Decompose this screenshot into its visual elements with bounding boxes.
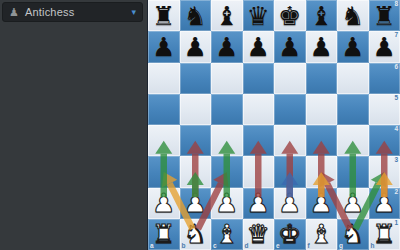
square-c2[interactable]: ♟	[211, 188, 243, 219]
piece-black-rook[interactable]: ♜	[148, 0, 180, 31]
square-g5[interactable]	[337, 94, 369, 125]
piece-black-knight[interactable]: ♞	[337, 0, 369, 31]
piece-white-pawn[interactable]: ♟	[243, 188, 275, 219]
square-b1[interactable]: ♞b	[180, 219, 212, 250]
piece-white-bishop[interactable]: ♝	[306, 219, 338, 250]
piece-white-pawn[interactable]: ♟	[211, 188, 243, 219]
square-g3[interactable]	[337, 156, 369, 187]
square-c6[interactable]	[211, 63, 243, 94]
coordinate-rank-5: 5	[394, 95, 398, 102]
square-a7[interactable]: ♟	[148, 31, 180, 62]
square-d6[interactable]	[243, 63, 275, 94]
square-d3[interactable]	[243, 156, 275, 187]
antichess-variant-icon: ♟	[9, 7, 19, 18]
square-d8[interactable]: ♛	[243, 0, 275, 31]
chess-board[interactable]: ♜♞♝♛♚♝♞♜8♟♟♟♟♟♟♟♟76543♟♟♟♟♟♟♟♟2♜a♞b♝c♛d♚…	[148, 0, 400, 250]
piece-black-pawn[interactable]: ♟	[180, 31, 212, 62]
piece-black-pawn[interactable]: ♟	[211, 31, 243, 62]
square-f8[interactable]: ♝	[306, 0, 338, 31]
piece-white-pawn[interactable]: ♟	[180, 188, 212, 219]
square-b4[interactable]	[180, 125, 212, 156]
piece-black-pawn[interactable]: ♟	[243, 31, 275, 62]
square-h4[interactable]: 4	[369, 125, 400, 156]
square-b8[interactable]: ♞	[180, 0, 212, 31]
square-c5[interactable]	[211, 94, 243, 125]
chevron-down-icon[interactable]: ▾	[131, 8, 136, 17]
square-g2[interactable]: ♟	[337, 188, 369, 219]
square-b7[interactable]: ♟	[180, 31, 212, 62]
piece-black-king[interactable]: ♚	[274, 0, 306, 31]
square-d1[interactable]: ♛d	[243, 219, 275, 250]
piece-white-knight[interactable]: ♞	[180, 219, 212, 250]
piece-white-queen[interactable]: ♛	[243, 219, 275, 250]
square-e1[interactable]: ♚e	[274, 219, 306, 250]
square-e5[interactable]	[274, 94, 306, 125]
square-d7[interactable]: ♟	[243, 31, 275, 62]
piece-white-pawn[interactable]: ♟	[306, 188, 338, 219]
square-h2[interactable]: ♟2	[369, 188, 400, 219]
square-d4[interactable]	[243, 125, 275, 156]
piece-white-rook[interactable]: ♜	[148, 219, 180, 250]
square-f1[interactable]: ♝f	[306, 219, 338, 250]
coordinate-rank-6: 6	[394, 64, 398, 71]
coordinate-rank-4: 4	[394, 126, 398, 133]
square-d5[interactable]	[243, 94, 275, 125]
coordinate-file-c: c	[213, 243, 217, 250]
coordinate-file-a: a	[150, 243, 154, 250]
square-e4[interactable]	[274, 125, 306, 156]
square-e2[interactable]: ♟	[274, 188, 306, 219]
piece-white-knight[interactable]: ♞	[337, 219, 369, 250]
square-h8[interactable]: ♜8	[369, 0, 400, 31]
piece-black-bishop[interactable]: ♝	[211, 0, 243, 31]
square-c7[interactable]: ♟	[211, 31, 243, 62]
square-b2[interactable]: ♟	[180, 188, 212, 219]
square-g8[interactable]: ♞	[337, 0, 369, 31]
coordinate-file-e: e	[276, 243, 280, 250]
variant-label: Antichess	[25, 6, 132, 18]
coordinate-rank-3: 3	[394, 157, 398, 164]
piece-black-pawn[interactable]: ♟	[274, 31, 306, 62]
square-b3[interactable]	[180, 156, 212, 187]
piece-black-queen[interactable]: ♛	[243, 0, 275, 31]
square-c4[interactable]	[211, 125, 243, 156]
square-a2[interactable]: ♟	[148, 188, 180, 219]
square-h3[interactable]: 3	[369, 156, 400, 187]
square-a8[interactable]: ♜	[148, 0, 180, 31]
square-h7[interactable]: ♟7	[369, 31, 400, 62]
piece-white-pawn[interactable]: ♟	[369, 188, 400, 219]
square-e7[interactable]: ♟	[274, 31, 306, 62]
square-h5[interactable]: 5	[369, 94, 400, 125]
square-g6[interactable]	[337, 63, 369, 94]
square-a1[interactable]: ♜a	[148, 219, 180, 250]
square-h1[interactable]: ♜1h	[369, 219, 400, 250]
piece-white-bishop[interactable]: ♝	[211, 219, 243, 250]
piece-black-pawn[interactable]: ♟	[306, 31, 338, 62]
square-f7[interactable]: ♟	[306, 31, 338, 62]
square-g4[interactable]	[337, 125, 369, 156]
piece-black-pawn[interactable]: ♟	[337, 31, 369, 62]
square-a4[interactable]	[148, 125, 180, 156]
sidebar: ♟ Antichess ▾	[0, 0, 148, 250]
square-a5[interactable]	[148, 94, 180, 125]
piece-black-bishop[interactable]: ♝	[306, 0, 338, 31]
piece-white-king[interactable]: ♚	[274, 219, 306, 250]
square-f6[interactable]	[306, 63, 338, 94]
piece-white-rook[interactable]: ♜	[369, 219, 400, 250]
piece-white-pawn[interactable]: ♟	[274, 188, 306, 219]
square-c3[interactable]	[211, 156, 243, 187]
piece-white-pawn[interactable]: ♟	[337, 188, 369, 219]
piece-black-knight[interactable]: ♞	[180, 0, 212, 31]
piece-black-rook[interactable]: ♜	[369, 0, 400, 31]
piece-black-pawn[interactable]: ♟	[148, 31, 180, 62]
square-d2[interactable]: ♟	[243, 188, 275, 219]
square-e8[interactable]: ♚	[274, 0, 306, 31]
square-e6[interactable]	[274, 63, 306, 94]
app-window: ♟ Antichess ▾ ♜♞♝♛♚♝♞♜8♟♟♟♟♟♟♟♟76543♟♟♟♟…	[0, 0, 400, 250]
variant-selector[interactable]: ♟ Antichess ▾	[2, 2, 143, 22]
square-c8[interactable]: ♝	[211, 0, 243, 31]
square-g1[interactable]: ♞g	[337, 219, 369, 250]
coordinate-rank-8: 8	[394, 1, 398, 8]
square-g7[interactable]: ♟	[337, 31, 369, 62]
square-c1[interactable]: ♝c	[211, 219, 243, 250]
square-a3[interactable]	[148, 156, 180, 187]
coordinate-rank-1: 1	[394, 220, 398, 227]
square-f4[interactable]	[306, 125, 338, 156]
square-b6[interactable]	[180, 63, 212, 94]
square-f2[interactable]: ♟	[306, 188, 338, 219]
coordinate-rank-7: 7	[394, 32, 398, 39]
coordinate-file-h: h	[371, 243, 375, 250]
square-b5[interactable]	[180, 94, 212, 125]
square-f3[interactable]	[306, 156, 338, 187]
coordinate-file-b: b	[182, 243, 186, 250]
square-e3[interactable]	[274, 156, 306, 187]
square-h6[interactable]: 6	[369, 63, 400, 94]
coordinate-file-f: f	[308, 243, 310, 250]
piece-white-pawn[interactable]: ♟	[148, 188, 180, 219]
coordinate-rank-2: 2	[394, 189, 398, 196]
piece-black-pawn[interactable]: ♟	[369, 31, 400, 62]
coordinate-file-g: g	[339, 243, 343, 250]
square-f5[interactable]	[306, 94, 338, 125]
square-a6[interactable]	[148, 63, 180, 94]
coordinate-file-d: d	[245, 243, 249, 250]
